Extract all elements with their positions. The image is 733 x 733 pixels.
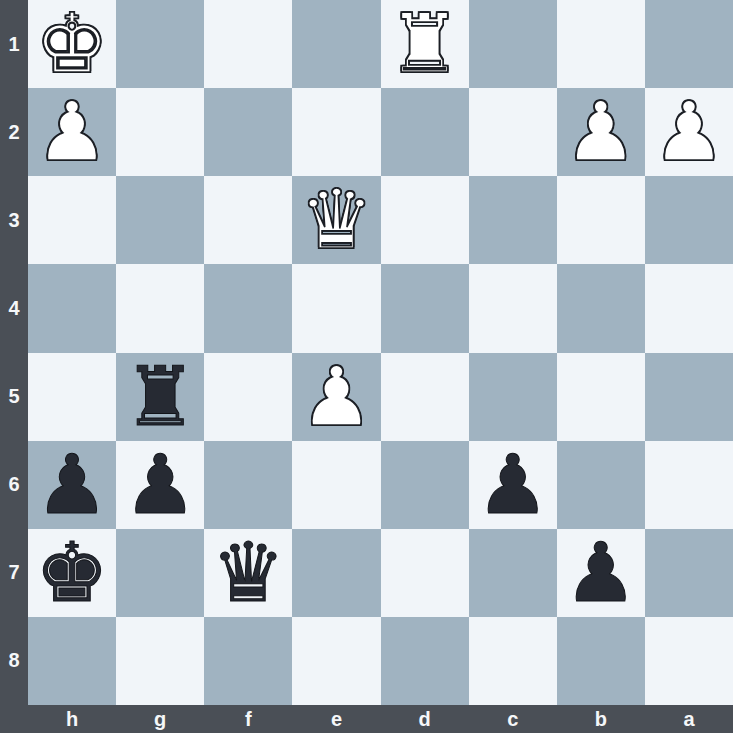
square-c4[interactable] bbox=[469, 264, 557, 352]
white-king[interactable]: ♚ bbox=[35, 0, 109, 88]
black-pawn[interactable]: ♟ bbox=[123, 441, 197, 529]
square-d1[interactable]: ♜ bbox=[381, 0, 469, 88]
square-b7[interactable]: ♟ bbox=[557, 529, 645, 617]
file-label-f: f bbox=[204, 705, 292, 733]
white-pawn[interactable]: ♟ bbox=[564, 88, 638, 176]
square-c5[interactable] bbox=[469, 353, 557, 441]
square-b4[interactable] bbox=[557, 264, 645, 352]
square-f7[interactable]: ♛ bbox=[204, 529, 292, 617]
square-f8[interactable] bbox=[204, 617, 292, 705]
white-pawn[interactable]: ♟ bbox=[652, 88, 726, 176]
black-king[interactable]: ♚ bbox=[35, 529, 109, 617]
square-g7[interactable] bbox=[116, 529, 204, 617]
square-c2[interactable] bbox=[469, 88, 557, 176]
square-e2[interactable] bbox=[292, 88, 380, 176]
square-b3[interactable] bbox=[557, 176, 645, 264]
white-pawn[interactable]: ♟ bbox=[300, 353, 374, 441]
black-pawn[interactable]: ♟ bbox=[476, 441, 550, 529]
file-label-c: c bbox=[469, 705, 557, 733]
square-g6[interactable]: ♟ bbox=[116, 441, 204, 529]
black-rook[interactable]: ♜ bbox=[123, 353, 197, 441]
file-label-g: g bbox=[116, 705, 204, 733]
square-g3[interactable] bbox=[116, 176, 204, 264]
square-c1[interactable] bbox=[469, 0, 557, 88]
square-b2[interactable]: ♟ bbox=[557, 88, 645, 176]
square-c6[interactable]: ♟ bbox=[469, 441, 557, 529]
square-b5[interactable] bbox=[557, 353, 645, 441]
square-e8[interactable] bbox=[292, 617, 380, 705]
square-h5[interactable] bbox=[28, 353, 116, 441]
square-b1[interactable] bbox=[557, 0, 645, 88]
file-label-d: d bbox=[381, 705, 469, 733]
square-h1[interactable]: ♚ bbox=[28, 0, 116, 88]
rank-label-5: 5 bbox=[0, 353, 28, 441]
square-d8[interactable] bbox=[381, 617, 469, 705]
square-g2[interactable] bbox=[116, 88, 204, 176]
square-f1[interactable] bbox=[204, 0, 292, 88]
square-e7[interactable] bbox=[292, 529, 380, 617]
white-rook[interactable]: ♜ bbox=[388, 0, 462, 88]
square-a6[interactable] bbox=[645, 441, 733, 529]
rank-label-7: 7 bbox=[0, 529, 28, 617]
square-h3[interactable] bbox=[28, 176, 116, 264]
square-a3[interactable] bbox=[645, 176, 733, 264]
square-c8[interactable] bbox=[469, 617, 557, 705]
square-e6[interactable] bbox=[292, 441, 380, 529]
file-label-h: h bbox=[28, 705, 116, 733]
corner-spacer bbox=[0, 705, 28, 733]
square-h4[interactable] bbox=[28, 264, 116, 352]
square-d7[interactable] bbox=[381, 529, 469, 617]
square-e1[interactable] bbox=[292, 0, 380, 88]
square-f3[interactable] bbox=[204, 176, 292, 264]
chess-board: 1♚♜2♟♟♟3♛45♜♟6♟♟♟7♚♛♟8hgfedcba bbox=[0, 0, 733, 733]
white-queen[interactable]: ♛ bbox=[300, 176, 374, 264]
rank-label-6: 6 bbox=[0, 441, 28, 529]
square-e3[interactable]: ♛ bbox=[292, 176, 380, 264]
rank-label-1: 1 bbox=[0, 0, 28, 88]
square-d3[interactable] bbox=[381, 176, 469, 264]
black-pawn[interactable]: ♟ bbox=[564, 529, 638, 617]
square-d6[interactable] bbox=[381, 441, 469, 529]
square-g1[interactable] bbox=[116, 0, 204, 88]
square-g4[interactable] bbox=[116, 264, 204, 352]
white-pawn[interactable]: ♟ bbox=[35, 88, 109, 176]
square-f4[interactable] bbox=[204, 264, 292, 352]
square-d2[interactable] bbox=[381, 88, 469, 176]
square-h2[interactable]: ♟ bbox=[28, 88, 116, 176]
square-b6[interactable] bbox=[557, 441, 645, 529]
square-d4[interactable] bbox=[381, 264, 469, 352]
square-f6[interactable] bbox=[204, 441, 292, 529]
square-h7[interactable]: ♚ bbox=[28, 529, 116, 617]
file-label-e: e bbox=[292, 705, 380, 733]
square-e4[interactable] bbox=[292, 264, 380, 352]
rank-label-4: 4 bbox=[0, 264, 28, 352]
square-h6[interactable]: ♟ bbox=[28, 441, 116, 529]
square-e5[interactable]: ♟ bbox=[292, 353, 380, 441]
square-d5[interactable] bbox=[381, 353, 469, 441]
file-label-b: b bbox=[557, 705, 645, 733]
square-f5[interactable] bbox=[204, 353, 292, 441]
square-a4[interactable] bbox=[645, 264, 733, 352]
rank-label-3: 3 bbox=[0, 176, 28, 264]
square-a1[interactable] bbox=[645, 0, 733, 88]
rank-label-8: 8 bbox=[0, 617, 28, 705]
black-queen[interactable]: ♛ bbox=[212, 529, 286, 617]
square-b8[interactable] bbox=[557, 617, 645, 705]
black-pawn[interactable]: ♟ bbox=[35, 441, 109, 529]
file-label-a: a bbox=[645, 705, 733, 733]
square-f2[interactable] bbox=[204, 88, 292, 176]
square-c7[interactable] bbox=[469, 529, 557, 617]
square-h8[interactable] bbox=[28, 617, 116, 705]
square-g5[interactable]: ♜ bbox=[116, 353, 204, 441]
square-a2[interactable]: ♟ bbox=[645, 88, 733, 176]
square-c3[interactable] bbox=[469, 176, 557, 264]
square-g8[interactable] bbox=[116, 617, 204, 705]
square-a5[interactable] bbox=[645, 353, 733, 441]
rank-label-2: 2 bbox=[0, 88, 28, 176]
square-a8[interactable] bbox=[645, 617, 733, 705]
square-a7[interactable] bbox=[645, 529, 733, 617]
